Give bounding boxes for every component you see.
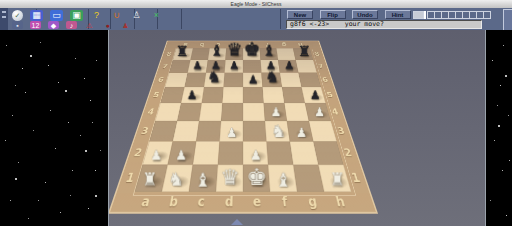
chess-viewport: abcdefgh8♜♝♛♚♝♜87♟♟♟♟♟76♞♟♞65♟♟54♟♟43♟♞♟… — [108, 30, 486, 226]
piece-white-rook[interactable]: ♜ — [141, 172, 157, 189]
square-b2[interactable]: ♟ — [168, 141, 196, 164]
piece-black-pawn[interactable]: ♟ — [284, 60, 294, 71]
square-e6[interactable]: ♟ — [243, 73, 262, 87]
square-b6[interactable] — [185, 73, 207, 87]
file-label-g: g — [297, 192, 328, 212]
square-b3[interactable] — [173, 121, 199, 141]
piece-black-pawn[interactable]: ♟ — [229, 60, 239, 71]
window-title: Eagle Mode - SilChess — [231, 2, 282, 7]
file-label-b: b — [193, 41, 211, 48]
square-b5[interactable]: ♟ — [181, 87, 204, 103]
file-label-a: a — [129, 192, 162, 212]
piece-black-pawn[interactable]: ♟ — [186, 90, 197, 101]
help-icon[interactable]: ? — [90, 10, 103, 21]
space-background: abcdefgh8♜♝♛♚♝♜87♟♟♟♟♟76♞♟♞65♟♟54♟♟43♟♞♟… — [0, 30, 512, 226]
file-label-b: b — [157, 192, 188, 212]
file-label-f: f — [270, 192, 300, 212]
square-e8[interactable]: ♚ — [243, 48, 261, 60]
ok-orb-icon[interactable]: ✓ — [12, 10, 23, 21]
new-button[interactable]: New — [287, 10, 313, 19]
warning-icon[interactable]: ⚠ — [84, 21, 95, 29]
piece-black-knight[interactable]: ♞ — [207, 71, 221, 86]
piece-white-pawn[interactable]: ♟ — [314, 107, 325, 119]
square-b7[interactable]: ♟ — [188, 60, 208, 73]
ember-icon[interactable]: ● — [102, 21, 113, 29]
piece-white-bishop[interactable]: ♝ — [194, 170, 211, 188]
gem-icon[interactable]: ◆ — [48, 21, 59, 29]
square-f6[interactable]: ♞ — [261, 73, 282, 87]
piece-black-queen[interactable]: ♛ — [226, 42, 242, 59]
piece-white-pawn[interactable]: ♟ — [295, 127, 306, 139]
piece-white-rook[interactable]: ♜ — [329, 172, 345, 189]
square-c1[interactable]: ♝ — [189, 165, 218, 192]
rank-label-8: 8 — [310, 48, 325, 60]
depth-cell[interactable] — [483, 11, 491, 19]
piece-white-pawn[interactable]: ♟ — [150, 149, 162, 162]
file-label-e: e — [243, 192, 272, 212]
piece-black-knight[interactable]: ♞ — [265, 71, 279, 86]
chess-board-grid[interactable]: abcdefgh8♜♝♛♚♝♜87♟♟♟♟♟76♞♟♞65♟♟54♟♟43♟♞♟… — [108, 41, 378, 214]
square-c4[interactable] — [199, 103, 222, 121]
piece-white-pawn[interactable]: ♟ — [250, 149, 262, 162]
flip-button[interactable]: Flip — [320, 10, 346, 19]
display-icon[interactable]: ▭ — [50, 10, 63, 21]
engine-status-field[interactable]: g8f6 <-23> your move? — [286, 20, 482, 29]
square-f4[interactable]: ♟ — [264, 103, 287, 121]
board-corner — [351, 192, 376, 212]
app-window: Eagle Mode - SilChess ✓▦▭▣?∪♙× ▪12◆♪⚠●♟ … — [0, 0, 512, 226]
square-b4[interactable] — [177, 103, 202, 121]
square-c3[interactable] — [196, 121, 221, 141]
square-c2[interactable] — [193, 141, 220, 164]
hint-button[interactable]: Hint — [385, 10, 411, 19]
piece-black-rook[interactable]: ♜ — [176, 45, 189, 59]
panel-edge-strip[interactable] — [0, 8, 8, 30]
piece-white-pawn[interactable]: ♟ — [175, 149, 187, 162]
piece-white-bishop[interactable]: ♝ — [275, 170, 292, 188]
control-panel: ✓▦▭▣?∪♙× ▪12◆♪⚠●♟ NewFlipUndoHint g8f6 <… — [0, 8, 512, 31]
square-d7[interactable]: ♟ — [225, 60, 243, 73]
depth-cursor[interactable] — [424, 11, 426, 19]
square-f3[interactable]: ♞ — [265, 121, 290, 141]
piece-white-queen[interactable]: ♛ — [220, 168, 239, 189]
square-e7[interactable] — [243, 60, 261, 73]
square-e4[interactable] — [243, 103, 265, 121]
square-a6[interactable] — [165, 73, 188, 87]
square-f5[interactable] — [262, 87, 284, 103]
calendar-icon[interactable]: 12 — [30, 21, 41, 29]
piece-black-bishop[interactable]: ♝ — [210, 44, 224, 59]
piece-white-pawn[interactable]: ♟ — [226, 127, 237, 139]
depth-cell[interactable] — [413, 11, 424, 19]
bowl-icon[interactable]: ∪ — [110, 10, 123, 21]
square-b1[interactable]: ♞ — [162, 165, 193, 192]
square-d4[interactable] — [221, 103, 243, 121]
stars-bright-decor — [0, 30, 2, 32]
file-label-d: d — [214, 192, 243, 212]
file-label-g: g — [275, 41, 293, 48]
square-c6[interactable]: ♞ — [204, 73, 225, 87]
piece-white-knight[interactable]: ♞ — [270, 123, 285, 139]
square-d1[interactable]: ♛ — [216, 165, 243, 192]
rank-label-1: 1 — [343, 165, 369, 192]
piece-black-bishop[interactable]: ♝ — [262, 44, 276, 59]
undo-button[interactable]: Undo — [352, 10, 378, 19]
square-e5[interactable] — [243, 87, 264, 103]
file-label-c: c — [186, 192, 216, 212]
mini-doc-icon[interactable]: ▪ — [12, 21, 23, 29]
square-f1[interactable]: ♝ — [268, 165, 297, 192]
square-d3[interactable]: ♟ — [220, 121, 243, 141]
square-a7[interactable] — [169, 60, 190, 73]
plant-icon[interactable]: × — [150, 10, 163, 21]
panel-icons-row-2: ▪12◆♪⚠●♟ — [12, 21, 131, 29]
toolbar-separator — [181, 9, 182, 29]
piece-black-king[interactable]: ♚ — [243, 41, 260, 59]
red-pawn-icon[interactable]: ♟ — [120, 21, 131, 29]
square-h8[interactable]: ♜ — [293, 48, 313, 60]
panel-end-bevel — [503, 9, 512, 31]
music-icon[interactable]: ♪ — [66, 21, 77, 29]
piece-white-king[interactable]: ♚ — [246, 167, 267, 189]
piece-black-pawn[interactable]: ♟ — [247, 74, 257, 85]
square-d5[interactable] — [222, 87, 243, 103]
white-pawn-icon[interactable]: ♙ — [130, 10, 143, 21]
piece-white-knight[interactable]: ♞ — [168, 171, 184, 188]
panel-icons-row-1: ✓▦▭▣?∪♙× — [12, 10, 163, 21]
square-e3[interactable] — [243, 121, 266, 141]
square-e1[interactable]: ♚ — [243, 165, 270, 192]
piece-white-pawn[interactable]: ♟ — [270, 107, 281, 119]
search-depth-selector[interactable] — [413, 11, 490, 19]
rank-label-6: 6 — [317, 73, 334, 87]
zoom-out-pointer-icon[interactable] — [231, 219, 243, 225]
apps-icon[interactable]: ▣ — [70, 10, 83, 21]
piece-black-pawn[interactable]: ♟ — [309, 90, 320, 101]
square-e2[interactable]: ♟ — [243, 141, 268, 164]
square-f2[interactable] — [266, 141, 293, 164]
square-c5[interactable] — [202, 87, 224, 103]
square-d6[interactable] — [224, 73, 243, 87]
piece-black-pawn[interactable]: ♟ — [192, 60, 202, 71]
rank-label-1: 1 — [117, 165, 143, 192]
board-scene: abcdefgh8♜♝♛♚♝♜87♟♟♟♟♟76♞♟♞65♟♟54♟♟43♟♞♟… — [108, 30, 408, 226]
window-icon[interactable]: ▦ — [30, 10, 43, 21]
piece-black-rook[interactable]: ♜ — [298, 45, 311, 59]
rank-label-7: 7 — [313, 60, 329, 73]
toolbar-separator — [280, 9, 281, 29]
square-d2[interactable] — [218, 141, 243, 164]
